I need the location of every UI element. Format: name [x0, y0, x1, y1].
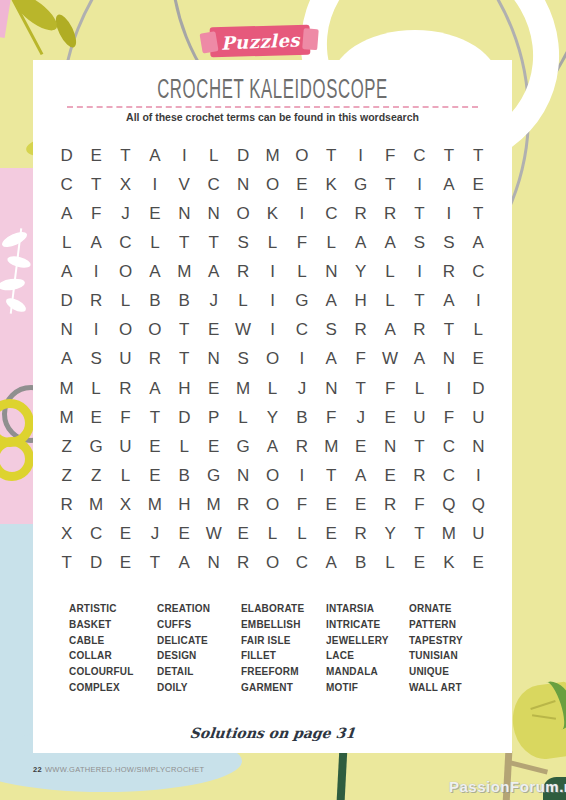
- grid-cell-r7c3: O: [111, 316, 140, 345]
- grid-cell-r11c15: N: [464, 432, 493, 461]
- grid-cell-r10c15: U: [464, 403, 493, 432]
- grid-cell-r2c1: C: [52, 170, 81, 199]
- grid-cell-r6c4: B: [140, 287, 169, 316]
- grid-cell-r6c3: L: [111, 287, 140, 316]
- grid-cell-r11c10: M: [317, 432, 346, 461]
- word-item: FAIR ISLE: [241, 633, 326, 649]
- grid-cell-r2c6: C: [199, 170, 228, 199]
- grid-cell-r7c1: N: [52, 316, 81, 345]
- grid-cell-r15c13: E: [405, 549, 434, 578]
- grid-cell-r14c2: C: [81, 520, 110, 549]
- wordsearch-grid: DETAILDMOTIFCTTCTXIVCNOEKGTIAEAFJENNOKIC…: [52, 141, 493, 578]
- grid-cell-r14c4: J: [140, 520, 169, 549]
- grid-cell-r7c12: A: [375, 316, 404, 345]
- grid-cell-r5c7: R: [228, 258, 257, 287]
- grid-cell-r4c15: A: [464, 228, 493, 257]
- grid-cell-r11c11: E: [346, 432, 375, 461]
- grid-cell-r11c2: G: [81, 432, 110, 461]
- grid-cell-r7c10: S: [317, 316, 346, 345]
- grid-cell-r2c10: K: [317, 170, 346, 199]
- word-item: LACE: [326, 648, 409, 664]
- word-list-column-2: CREATIONCUFFSDELICATEDESIGNDETAILDOILY: [157, 601, 241, 696]
- grid-cell-r9c12: F: [375, 374, 404, 403]
- word-item: GARMENT: [241, 680, 326, 696]
- grid-cell-r9c6: E: [199, 374, 228, 403]
- grid-cell-r1c13: C: [405, 141, 434, 170]
- grid-cell-r9c9: J: [287, 374, 316, 403]
- grid-cell-r5c13: I: [405, 258, 434, 287]
- puzzles-badge-label: Puzzles: [220, 29, 300, 53]
- grid-cell-r12c15: I: [464, 461, 493, 490]
- grid-cell-r9c7: M: [228, 374, 257, 403]
- grid-cell-r3c5: N: [170, 199, 199, 228]
- grid-cell-r13c11: E: [346, 491, 375, 520]
- grid-cell-r8c2: S: [81, 345, 110, 374]
- grid-cell-r1c8: M: [258, 141, 287, 170]
- grid-cell-r12c1: Z: [52, 461, 81, 490]
- grid-cell-r15c7: R: [228, 549, 257, 578]
- grid-cell-r1c3: T: [111, 141, 140, 170]
- grid-cell-r2c9: E: [287, 170, 316, 199]
- grid-cell-r15c14: K: [434, 549, 463, 578]
- grid-cell-r4c4: L: [140, 228, 169, 257]
- grid-cell-r12c2: Z: [81, 461, 110, 490]
- grid-cell-r13c14: Q: [434, 491, 463, 520]
- grid-cell-r2c8: O: [258, 170, 287, 199]
- grid-cell-r3c10: C: [317, 199, 346, 228]
- grid-cell-r5c1: A: [52, 258, 81, 287]
- grid-cell-r3c13: T: [405, 199, 434, 228]
- page-number: 22: [33, 765, 42, 774]
- grid-cell-r6c5: B: [170, 287, 199, 316]
- grid-cell-r12c4: E: [140, 461, 169, 490]
- word-item: MANDALA: [326, 664, 409, 680]
- grid-cell-r11c6: E: [199, 432, 228, 461]
- grid-cell-r7c2: I: [81, 316, 110, 345]
- grid-cell-r15c8: O: [258, 549, 287, 578]
- grid-cell-r4c2: A: [81, 228, 110, 257]
- word-item: ARTISTIC: [69, 601, 157, 617]
- word-item: COMPLEX: [69, 680, 157, 696]
- page-footer: 22WWW.GATHERED.HOW/SIMPLYCROCHET: [33, 765, 205, 774]
- grid-cell-r11c4: E: [140, 432, 169, 461]
- grid-cell-r2c15: E: [464, 170, 493, 199]
- word-item: TUNISIAN: [409, 648, 489, 664]
- grid-cell-r10c14: F: [434, 403, 463, 432]
- grid-cell-r8c15: E: [464, 345, 493, 374]
- grid-cell-r1c1: D: [52, 141, 81, 170]
- grid-cell-r6c9: G: [287, 287, 316, 316]
- grid-cell-r8c14: N: [434, 345, 463, 374]
- grid-cell-r8c5: T: [170, 345, 199, 374]
- grid-cell-r1c4: A: [140, 141, 169, 170]
- grid-cell-r3c3: J: [111, 199, 140, 228]
- grid-cell-r8c13: A: [405, 345, 434, 374]
- grid-cell-r8c12: W: [375, 345, 404, 374]
- grid-cell-r8c4: R: [140, 345, 169, 374]
- grid-cell-r13c2: M: [81, 491, 110, 520]
- grid-cell-r1c5: I: [170, 141, 199, 170]
- grid-cell-r10c12: E: [375, 403, 404, 432]
- grid-cell-r15c12: L: [375, 549, 404, 578]
- grid-cell-r1c15: T: [464, 141, 493, 170]
- grid-cell-r7c11: R: [346, 316, 375, 345]
- grid-cell-r4c5: T: [170, 228, 199, 257]
- grid-cell-r14c7: E: [228, 520, 257, 549]
- grid-cell-r5c3: O: [111, 258, 140, 287]
- grid-cell-r9c13: L: [405, 374, 434, 403]
- grid-cell-r15c11: B: [346, 549, 375, 578]
- grid-cell-r13c1: R: [52, 491, 81, 520]
- word-item: FREEFORM: [241, 664, 326, 680]
- grid-cell-r6c1: D: [52, 287, 81, 316]
- dashed-divider: [67, 106, 478, 108]
- grid-cell-r3c14: I: [434, 199, 463, 228]
- blue-dotted-band: [0, 524, 33, 758]
- solutions-note: Solutions on page 31: [32, 725, 513, 741]
- grid-cell-r9c5: H: [170, 374, 199, 403]
- grid-cell-r5c9: L: [287, 258, 316, 287]
- grid-cell-r2c13: I: [405, 170, 434, 199]
- grid-cell-r14c12: Y: [375, 520, 404, 549]
- grid-cell-r10c1: M: [52, 403, 81, 432]
- word-item: TAPESTRY: [409, 633, 489, 649]
- word-item: MOTIF: [326, 680, 409, 696]
- grid-cell-r9c3: R: [111, 374, 140, 403]
- grid-cell-r4c3: C: [111, 228, 140, 257]
- magazine-page-scan: Puzzles CROCHET KALEIDOSCOPE All of thes…: [0, 0, 566, 800]
- word-item: INTARSIA: [326, 601, 409, 617]
- page-title: CROCHET KALEIDOSCOPE: [124, 74, 421, 105]
- word-item: CUFFS: [157, 617, 241, 633]
- grid-cell-r2c7: N: [228, 170, 257, 199]
- grid-cell-r10c13: U: [405, 403, 434, 432]
- word-item: CABLE: [69, 633, 157, 649]
- grid-cell-r5c8: I: [258, 258, 287, 287]
- grid-cell-r12c10: T: [317, 461, 346, 490]
- grid-cell-r13c12: R: [375, 491, 404, 520]
- word-item: PATTERN: [409, 617, 489, 633]
- grid-cell-r1c2: E: [81, 141, 110, 170]
- grid-cell-r3c6: N: [199, 199, 228, 228]
- grid-cell-r15c15: E: [464, 549, 493, 578]
- grid-cell-r4c10: L: [317, 228, 346, 257]
- word-item: DOILY: [157, 680, 241, 696]
- grid-cell-r6c6: J: [199, 287, 228, 316]
- grid-cell-r1c6: L: [199, 141, 228, 170]
- grid-cell-r11c1: Z: [52, 432, 81, 461]
- tan-branch: [510, 760, 548, 774]
- grid-cell-r2c4: I: [140, 170, 169, 199]
- grid-cell-r2c2: T: [81, 170, 110, 199]
- grid-cell-r4c7: S: [228, 228, 257, 257]
- grid-cell-r5c12: L: [375, 258, 404, 287]
- word-item: DELICATE: [157, 633, 241, 649]
- grid-cell-r12c8: O: [258, 461, 287, 490]
- grid-cell-r5c6: A: [199, 258, 228, 287]
- grid-cell-r14c9: L: [287, 520, 316, 549]
- grid-cell-r11c3: U: [111, 432, 140, 461]
- word-item: FILLET: [241, 648, 326, 664]
- grid-cell-r13c5: H: [170, 491, 199, 520]
- grid-cell-r8c8: O: [258, 345, 287, 374]
- grid-cell-r12c14: C: [434, 461, 463, 490]
- grid-cell-r6c8: I: [258, 287, 287, 316]
- grid-cell-r10c4: T: [140, 403, 169, 432]
- grid-cell-r11c14: C: [434, 432, 463, 461]
- grid-cell-r12c5: B: [170, 461, 199, 490]
- grid-cell-r9c14: I: [434, 374, 463, 403]
- word-list-column-5: ORNATEPATTERNTAPESTRYTUNISIANUNIQUEWALL …: [409, 601, 489, 696]
- grid-cell-r9c11: T: [346, 374, 375, 403]
- grid-cell-r7c4: O: [140, 316, 169, 345]
- grid-cell-r7c15: L: [464, 316, 493, 345]
- grid-cell-r2c14: A: [434, 170, 463, 199]
- grid-cell-r10c6: P: [199, 403, 228, 432]
- grid-cell-r4c9: F: [287, 228, 316, 257]
- grid-cell-r2c5: V: [170, 170, 199, 199]
- grid-cell-r9c4: A: [140, 374, 169, 403]
- grid-cell-r8c6: N: [199, 345, 228, 374]
- word-list-column-4: INTARSIAINTRICATEJEWELLERYLACEMANDALAMOT…: [326, 601, 409, 696]
- word-item: DETAIL: [157, 664, 241, 680]
- grid-cell-r15c6: N: [199, 549, 228, 578]
- puzzle-page: CROCHET KALEIDOSCOPE All of these croche…: [33, 60, 512, 753]
- grid-cell-r2c12: T: [375, 170, 404, 199]
- grid-cell-r10c7: L: [228, 403, 257, 432]
- grid-cell-r4c13: S: [405, 228, 434, 257]
- word-item: EMBELLISH: [241, 617, 326, 633]
- word-item: COLOURFUL: [69, 664, 157, 680]
- grid-cell-r10c5: D: [170, 403, 199, 432]
- grid-cell-r13c6: M: [199, 491, 228, 520]
- grid-cell-r6c10: A: [317, 287, 346, 316]
- grid-cell-r7c8: I: [258, 316, 287, 345]
- watermark: PassionForum.ru: [449, 778, 566, 795]
- grid-cell-r13c4: M: [140, 491, 169, 520]
- grid-cell-r3c12: R: [375, 199, 404, 228]
- grid-cell-r12c13: R: [405, 461, 434, 490]
- grid-cell-r7c7: W: [228, 316, 257, 345]
- word-list: ARTISTICBASKETCABLECOLLARCOLOURFULCOMPLE…: [69, 601, 489, 696]
- grid-cell-r1c7: D: [228, 141, 257, 170]
- grid-cell-r11c5: L: [170, 432, 199, 461]
- green-stem: [336, 746, 347, 800]
- grid-cell-r15c3: E: [111, 549, 140, 578]
- grid-cell-r13c10: E: [317, 491, 346, 520]
- grid-cell-r1c9: O: [287, 141, 316, 170]
- grid-cell-r6c11: H: [346, 287, 375, 316]
- grid-cell-r6c13: T: [405, 287, 434, 316]
- grid-cell-r13c7: R: [228, 491, 257, 520]
- site-url: WWW.GATHERED.HOW/SIMPLYCROCHET: [45, 765, 205, 774]
- grid-cell-r15c5: A: [170, 549, 199, 578]
- grid-cell-r11c8: A: [258, 432, 287, 461]
- grid-cell-r10c10: F: [317, 403, 346, 432]
- grid-cell-r8c10: A: [317, 345, 346, 374]
- grid-cell-r5c14: R: [434, 258, 463, 287]
- grid-cell-r3c2: F: [81, 199, 110, 228]
- brush-smear: [302, 28, 319, 50]
- grid-cell-r7c14: T: [434, 316, 463, 345]
- word-item: ELABORATE: [241, 601, 326, 617]
- grid-cell-r12c12: E: [375, 461, 404, 490]
- word-list-column-1: ARTISTICBASKETCABLECOLLARCOLOURFULCOMPLE…: [69, 601, 157, 696]
- grid-cell-r4c6: T: [199, 228, 228, 257]
- grid-cell-r13c3: X: [111, 491, 140, 520]
- grid-cell-r8c1: A: [52, 345, 81, 374]
- grid-cell-r11c12: N: [375, 432, 404, 461]
- grid-cell-r4c8: L: [258, 228, 287, 257]
- grid-cell-r2c11: G: [346, 170, 375, 199]
- grid-cell-r4c1: L: [52, 228, 81, 257]
- grid-cell-r12c9: I: [287, 461, 316, 490]
- grid-cell-r14c13: T: [405, 520, 434, 549]
- grid-cell-r2c3: X: [111, 170, 140, 199]
- grid-cell-r6c12: L: [375, 287, 404, 316]
- grid-cell-r1c10: T: [317, 141, 346, 170]
- puzzle-instructions: All of these crochet terms can be found …: [33, 111, 512, 123]
- grid-cell-r7c6: E: [199, 316, 228, 345]
- puzzles-badge: Puzzles: [210, 25, 311, 58]
- grid-cell-r3c1: A: [52, 199, 81, 228]
- grid-cell-r3c9: I: [287, 199, 316, 228]
- grid-cell-r12c3: L: [111, 461, 140, 490]
- grid-cell-r5c11: Y: [346, 258, 375, 287]
- grid-cell-r4c12: A: [375, 228, 404, 257]
- grid-cell-r9c8: L: [258, 374, 287, 403]
- grid-cell-r11c7: G: [228, 432, 257, 461]
- grid-cell-r14c6: W: [199, 520, 228, 549]
- grid-cell-r9c15: D: [464, 374, 493, 403]
- grid-cell-r1c11: I: [346, 141, 375, 170]
- grid-cell-r15c1: T: [52, 549, 81, 578]
- word-item: INTRICATE: [326, 617, 409, 633]
- grid-cell-r14c8: L: [258, 520, 287, 549]
- grid-cell-r3c4: E: [140, 199, 169, 228]
- word-item: CREATION: [157, 601, 241, 617]
- grid-cell-r14c15: U: [464, 520, 493, 549]
- grid-cell-r10c2: E: [81, 403, 110, 432]
- grid-cell-r13c8: O: [258, 491, 287, 520]
- grid-cell-r5c5: M: [170, 258, 199, 287]
- grid-cell-r13c9: F: [287, 491, 316, 520]
- grid-cell-r12c7: N: [228, 461, 257, 490]
- grid-cell-r5c15: C: [464, 258, 493, 287]
- word-item: BASKET: [69, 617, 157, 633]
- grid-cell-r12c11: A: [346, 461, 375, 490]
- grid-cell-r8c9: I: [287, 345, 316, 374]
- grid-cell-r10c3: F: [111, 403, 140, 432]
- grid-cell-r3c11: R: [346, 199, 375, 228]
- grid-cell-r14c1: X: [52, 520, 81, 549]
- pink-corner-shape: [0, 0, 11, 38]
- grid-cell-r10c8: Y: [258, 403, 287, 432]
- grid-cell-r3c8: K: [258, 199, 287, 228]
- grid-cell-r6c2: R: [81, 287, 110, 316]
- grid-cell-r13c15: Q: [464, 491, 493, 520]
- grid-cell-r14c10: E: [317, 520, 346, 549]
- grid-cell-r7c13: R: [405, 316, 434, 345]
- grid-cell-r15c2: D: [81, 549, 110, 578]
- brush-smear: [199, 31, 218, 53]
- grid-cell-r11c9: R: [287, 432, 316, 461]
- grid-cell-r10c9: B: [287, 403, 316, 432]
- word-item: DESIGN: [157, 648, 241, 664]
- word-item: UNIQUE: [409, 664, 489, 680]
- grid-cell-r1c14: T: [434, 141, 463, 170]
- grid-cell-r9c10: N: [317, 374, 346, 403]
- grid-cell-r5c4: A: [140, 258, 169, 287]
- grid-cell-r4c14: S: [434, 228, 463, 257]
- word-list-column-3: ELABORATEEMBELLISHFAIR ISLEFILLETFREEFOR…: [241, 601, 326, 696]
- grid-cell-r3c7: O: [228, 199, 257, 228]
- grid-cell-r9c2: L: [81, 374, 110, 403]
- grid-cell-r14c14: M: [434, 520, 463, 549]
- grid-cell-r1c12: F: [375, 141, 404, 170]
- grid-cell-r3c15: T: [464, 199, 493, 228]
- grid-cell-r14c11: R: [346, 520, 375, 549]
- grid-cell-r6c14: A: [434, 287, 463, 316]
- grid-cell-r14c3: E: [111, 520, 140, 549]
- grid-cell-r7c9: C: [287, 316, 316, 345]
- grid-cell-r15c4: T: [140, 549, 169, 578]
- grid-cell-r6c7: L: [228, 287, 257, 316]
- grid-cell-r15c10: A: [317, 549, 346, 578]
- grid-cell-r8c11: F: [346, 345, 375, 374]
- grid-cell-r7c5: T: [170, 316, 199, 345]
- word-item: ORNATE: [409, 601, 489, 617]
- grid-cell-r6c15: I: [464, 287, 493, 316]
- grid-cell-r9c1: M: [52, 374, 81, 403]
- grid-cell-r4c11: A: [346, 228, 375, 257]
- grid-cell-r8c7: S: [228, 345, 257, 374]
- grid-cell-r10c11: J: [346, 403, 375, 432]
- grid-cell-r5c10: N: [317, 258, 346, 287]
- grid-cell-r14c5: E: [170, 520, 199, 549]
- grid-cell-r15c9: C: [287, 549, 316, 578]
- grid-cell-r11c13: T: [405, 432, 434, 461]
- grid-cell-r12c6: G: [199, 461, 228, 490]
- word-item: WALL ART: [409, 680, 489, 696]
- word-item: JEWELLERY: [326, 633, 409, 649]
- grid-cell-r8c3: U: [111, 345, 140, 374]
- grid-cell-r5c2: I: [81, 258, 110, 287]
- grid-cell-r13c13: F: [405, 491, 434, 520]
- word-item: COLLAR: [69, 648, 157, 664]
